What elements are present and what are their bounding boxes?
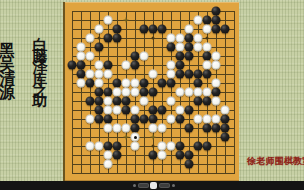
black-stone [149,106,158,115]
white-stone [167,97,176,106]
black-stone [131,115,140,124]
black-player-caption: 黑吴清源 [0,29,17,85]
black-stone [149,151,158,160]
black-stone [221,115,230,124]
hoshi-point [206,37,209,40]
white-stone [167,34,176,43]
white-stone [167,115,176,124]
black-stone [95,43,104,52]
black-stone [194,97,203,106]
white-stone [113,124,122,133]
play-toggle-knob[interactable] [150,182,157,189]
white-stone [176,88,185,97]
black-stone [185,106,194,115]
black-stone [185,34,194,43]
white-stone [122,124,131,133]
control-left-dot[interactable] [133,184,136,187]
black-stone [158,106,167,115]
black-stone [140,79,149,88]
black-stone [194,142,203,151]
white-stone [77,43,86,52]
black-stone [176,151,185,160]
black-stone [203,97,212,106]
black-stone [86,79,95,88]
white-stone [131,88,140,97]
white-stone [212,115,221,124]
black-stone [95,106,104,115]
black-stone [95,88,104,97]
white-stone [185,25,194,34]
black-stone [113,25,122,34]
white-stone [212,52,221,61]
go-board[interactable] [63,2,239,181]
white-stone [131,133,140,142]
black-stone [113,142,122,151]
black-stone [203,142,212,151]
white-stone [77,79,86,88]
black-stone [131,124,140,133]
black-stone [113,97,122,106]
white-stone [131,142,140,151]
black-stone [176,70,185,79]
control-right-pill[interactable] [159,183,170,188]
white-stone [176,43,185,52]
black-stone [185,124,194,133]
black-stone [185,70,194,79]
white-stone [122,88,131,97]
video-frame: 黑吴清源 白藤泽库之助 徐老师围棋教室 [0,0,304,190]
white-stone [194,16,203,25]
white-stone [212,61,221,70]
white-stone [86,142,95,151]
black-stone [104,88,113,97]
black-stone [167,43,176,52]
black-stone [185,160,194,169]
black-stone [104,61,113,70]
black-stone [176,61,185,70]
black-stone [203,124,212,133]
white-stone [113,106,122,115]
white-stone [158,151,167,160]
last-move-marker [134,136,137,139]
white-stone [104,16,113,25]
white-stone [86,34,95,43]
black-stone [212,16,221,25]
white-stone [95,70,104,79]
black-stone [212,88,221,97]
black-stone [176,52,185,61]
black-stone [86,97,95,106]
black-stone [221,133,230,142]
control-left-pill[interactable] [138,183,149,188]
white-stone [149,70,158,79]
white-stone [194,43,203,52]
black-stone [212,7,221,16]
white-stone [104,97,113,106]
white-stone [176,34,185,43]
black-stone [77,70,86,79]
white-stone [95,79,104,88]
black-stone [176,142,185,151]
white-stone [131,79,140,88]
black-stone [185,52,194,61]
black-stone [77,61,86,70]
white-stone [86,115,95,124]
white-stone [221,106,230,115]
white-stone [194,88,203,97]
white-stone [95,25,104,34]
white-stone [203,88,212,97]
white-stone [158,142,167,151]
white-stone [86,52,95,61]
black-stone [149,115,158,124]
hoshi-point [152,37,155,40]
white-stone [104,106,113,115]
black-stone [158,79,167,88]
black-stone [212,25,221,34]
black-stone [203,16,212,25]
white-stone [122,61,131,70]
black-stone [176,115,185,124]
black-stone [149,88,158,97]
black-stone [140,88,149,97]
white-stone [95,61,104,70]
white-stone [122,79,131,88]
black-stone [131,52,140,61]
plus-marker [151,135,156,140]
black-stone [68,61,77,70]
plus-marker [124,135,129,140]
white-stone [131,106,140,115]
go-board-grid [72,11,235,174]
white-stone [104,124,113,133]
white-stone [77,52,86,61]
white-stone [185,88,194,97]
black-stone [122,106,131,115]
white-stone [86,70,95,79]
white-stone [176,106,185,115]
black-stone [122,97,131,106]
white-stone [203,115,212,124]
black-stone [185,43,194,52]
white-stone [113,88,122,97]
black-stone [95,115,104,124]
white-stone [104,151,113,160]
white-stone [212,79,221,88]
black-stone [221,25,230,34]
black-stone [113,79,122,88]
black-stone [194,79,203,88]
black-stone [167,79,176,88]
white-stone [203,61,212,70]
white-stone [194,34,203,43]
black-stone [221,124,230,133]
black-stone [95,97,104,106]
white-stone [95,142,104,151]
black-stone [104,34,113,43]
black-stone [131,61,140,70]
black-stone [149,25,158,34]
hoshi-point [98,37,101,40]
white-stone [167,142,176,151]
black-stone [140,115,149,124]
white-stone [140,97,149,106]
white-stone [212,97,221,106]
black-stone [212,124,221,133]
white-stone [167,61,176,70]
white-stone [203,43,212,52]
black-stone [185,151,194,160]
watermark-text: 徐老师围棋教室 [247,155,304,168]
white-player-caption: 白藤泽库之助 [30,25,49,91]
plus-marker [124,18,129,23]
black-stone [113,34,122,43]
black-stone [194,70,203,79]
white-stone [104,70,113,79]
player-control-bar[interactable] [0,181,304,190]
white-stone [104,160,113,169]
white-stone [140,52,149,61]
white-stone [167,70,176,79]
black-stone [203,52,212,61]
white-stone [158,124,167,133]
black-stone [203,70,212,79]
black-stone [104,115,113,124]
hoshi-point [152,145,155,148]
white-stone [194,115,203,124]
black-stone [140,25,149,34]
black-stone [113,151,122,160]
white-stone [149,124,158,133]
control-right-dot[interactable] [172,184,175,187]
black-stone [104,142,113,151]
white-stone [203,25,212,34]
black-stone [158,25,167,34]
